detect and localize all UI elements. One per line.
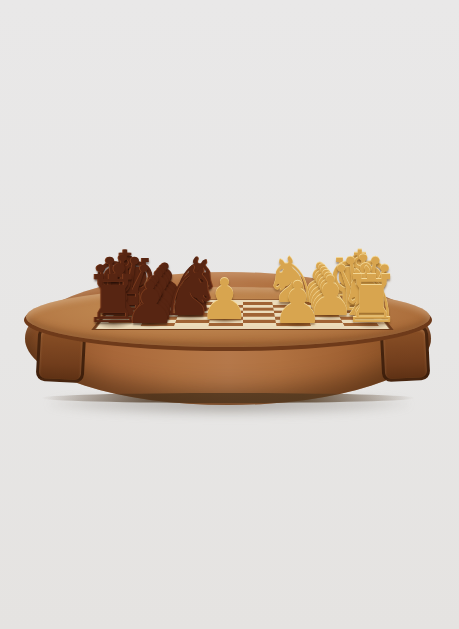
chess-board: [95, 300, 390, 329]
square-a3: [276, 323, 311, 326]
square-a6: [174, 323, 209, 326]
square-a7: [140, 323, 175, 326]
square-a4: [243, 323, 277, 326]
square-a2: [310, 323, 345, 326]
square-a5: [208, 323, 242, 326]
square-a1: [343, 323, 379, 326]
chess-board-squares: [106, 302, 379, 326]
product-photo-scene: ♜♝♛♚♝♜♟♟♟♟♟♟♟♞♟♞♟♟♞♟♟♟♟♟♟♜♞♝♛♚♝♜: [0, 0, 459, 629]
square-a8: [106, 323, 142, 326]
